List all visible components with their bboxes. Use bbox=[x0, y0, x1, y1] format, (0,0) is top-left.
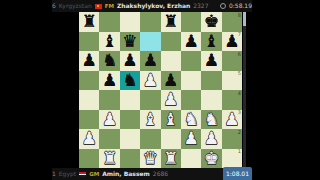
top-team-name: Kyrgyzstan bbox=[59, 0, 92, 12]
bottom-player-bar: 1 Egypt GM Amin, Bassem 2686 1:08.01 bbox=[52, 168, 252, 180]
rank-label-8: 8 bbox=[238, 13, 241, 18]
square-h6[interactable]: 6 bbox=[222, 51, 242, 71]
top-board-number: 6 bbox=[52, 0, 56, 12]
square-b7[interactable]: ♝ bbox=[99, 32, 119, 52]
piece-black-king: ♚ bbox=[204, 13, 219, 30]
bottom-player-rating: 2686 bbox=[153, 168, 168, 180]
rank-label-6: 6 bbox=[238, 52, 241, 57]
rank-label-2: 2 bbox=[238, 130, 241, 135]
square-c1[interactable] bbox=[120, 149, 140, 169]
square-d1[interactable]: ♛ bbox=[140, 149, 160, 169]
piece-white-bishop: ♝ bbox=[143, 111, 158, 128]
bottom-player-clock: 1:08.01 bbox=[223, 167, 252, 180]
piece-black-rook: ♜ bbox=[82, 13, 97, 30]
square-e6[interactable] bbox=[161, 51, 181, 71]
square-b6[interactable]: ♞ bbox=[99, 51, 119, 71]
square-a3[interactable] bbox=[79, 110, 99, 130]
square-b5[interactable]: ♟ bbox=[99, 71, 119, 91]
rank-label-4: 4 bbox=[238, 91, 241, 96]
square-b3[interactable]: ♟ bbox=[99, 110, 119, 130]
piece-black-pawn: ♟ bbox=[143, 52, 158, 69]
piece-black-pawn: ♟ bbox=[102, 72, 117, 89]
square-e2[interactable] bbox=[161, 129, 181, 149]
piece-white-pawn: ♟ bbox=[163, 91, 178, 108]
square-h7[interactable]: 7♟ bbox=[222, 32, 242, 52]
top-player-rating: 2327 bbox=[193, 0, 208, 12]
square-d4[interactable] bbox=[140, 90, 160, 110]
clock-icon bbox=[220, 3, 226, 9]
square-b8[interactable] bbox=[99, 12, 119, 32]
square-g7[interactable]: ♝ bbox=[201, 32, 221, 52]
square-c6[interactable]: ♟ bbox=[120, 51, 140, 71]
square-d2[interactable] bbox=[140, 129, 160, 149]
rank-label-3: 3 bbox=[238, 110, 241, 115]
top-player-bar: 6 Kyrgyzstan FM Zhakshylykov, Erzhan 232… bbox=[52, 0, 252, 12]
piece-white-rook: ♜ bbox=[163, 150, 178, 167]
square-g1[interactable]: ♚ bbox=[201, 149, 221, 169]
piece-white-queen: ♛ bbox=[143, 150, 158, 167]
square-e5[interactable]: ♟ bbox=[161, 71, 181, 91]
piece-white-rook: ♜ bbox=[102, 150, 117, 167]
square-a4[interactable] bbox=[79, 90, 99, 110]
square-a8[interactable]: ♜ bbox=[79, 12, 99, 32]
square-d5[interactable]: ♟ bbox=[140, 71, 160, 91]
piece-white-king: ♚ bbox=[204, 150, 219, 167]
square-a1[interactable] bbox=[79, 149, 99, 169]
scrollbar-thumb[interactable] bbox=[243, 12, 246, 26]
square-h1[interactable]: 1 bbox=[222, 149, 242, 169]
piece-black-pawn: ♟ bbox=[122, 52, 137, 69]
square-h8[interactable]: 8 bbox=[222, 12, 242, 32]
rank-label-5: 5 bbox=[238, 71, 241, 76]
square-f8[interactable] bbox=[181, 12, 201, 32]
square-g8[interactable]: ♚ bbox=[201, 12, 221, 32]
square-f7[interactable]: ♟ bbox=[181, 32, 201, 52]
square-e1[interactable]: ♜ bbox=[161, 149, 181, 169]
top-title-badge: FM bbox=[105, 0, 114, 12]
top-player-name: Zhakshylykov, Erzhan bbox=[117, 0, 190, 12]
piece-black-pawn: ♟ bbox=[82, 52, 97, 69]
square-f3[interactable]: ♞ bbox=[181, 110, 201, 130]
square-g6[interactable]: ♟ bbox=[201, 51, 221, 71]
square-g2[interactable]: ♟ bbox=[201, 129, 221, 149]
square-h4[interactable]: 4 bbox=[222, 90, 242, 110]
piece-white-pawn: ♟ bbox=[183, 130, 198, 147]
piece-white-pawn: ♟ bbox=[82, 130, 97, 147]
piece-white-pawn: ♟ bbox=[204, 130, 219, 147]
board-scrollbar bbox=[243, 12, 246, 168]
piece-black-rook: ♜ bbox=[163, 13, 178, 30]
square-b1[interactable]: ♜ bbox=[99, 149, 119, 169]
square-d8[interactable] bbox=[140, 12, 160, 32]
square-g3[interactable]: ♞ bbox=[201, 110, 221, 130]
bottom-player-name: Amin, Bassem bbox=[102, 168, 150, 180]
square-c7[interactable]: ♛ bbox=[120, 32, 140, 52]
chess-board: ♜♜♚8♝♛♟♝7♟♟♞♟♟♟6♟♞♟♟5♟4♟♝♝♞♞3♟♟♟♟2♜♛♜♚1 bbox=[79, 12, 242, 168]
square-c4[interactable] bbox=[120, 90, 140, 110]
square-f4[interactable] bbox=[181, 90, 201, 110]
square-f6[interactable] bbox=[181, 51, 201, 71]
square-d6[interactable]: ♟ bbox=[140, 51, 160, 71]
square-c8[interactable] bbox=[120, 12, 140, 32]
square-f2[interactable]: ♟ bbox=[181, 129, 201, 149]
square-d7[interactable] bbox=[140, 32, 160, 52]
bottom-title-badge: GM bbox=[89, 168, 99, 180]
square-b4[interactable] bbox=[99, 90, 119, 110]
piece-black-bishop: ♝ bbox=[102, 33, 117, 50]
bottom-board-number: 1 bbox=[52, 168, 56, 180]
square-a6[interactable]: ♟ bbox=[79, 51, 99, 71]
rank-label-7: 7 bbox=[238, 32, 241, 37]
piece-black-knight: ♞ bbox=[102, 52, 117, 69]
piece-black-queen: ♛ bbox=[122, 33, 137, 50]
piece-black-knight: ♞ bbox=[122, 72, 137, 89]
square-h2[interactable]: 2 bbox=[222, 129, 242, 149]
square-c5[interactable]: ♞ bbox=[120, 71, 140, 91]
square-e3[interactable]: ♝ bbox=[161, 110, 181, 130]
egypt-flag-icon bbox=[79, 172, 86, 177]
piece-black-bishop: ♝ bbox=[204, 33, 219, 50]
piece-white-pawn: ♟ bbox=[102, 111, 117, 128]
square-g5[interactable] bbox=[201, 71, 221, 91]
square-f1[interactable] bbox=[181, 149, 201, 169]
square-c2[interactable] bbox=[120, 129, 140, 149]
piece-white-knight: ♞ bbox=[204, 111, 219, 128]
piece-black-pawn: ♟ bbox=[204, 52, 219, 69]
piece-black-pawn: ♟ bbox=[183, 33, 198, 50]
rank-label-1: 1 bbox=[238, 149, 241, 154]
square-e4[interactable]: ♟ bbox=[161, 90, 181, 110]
bottom-team-name: Egypt bbox=[59, 168, 76, 180]
square-g4[interactable] bbox=[201, 90, 221, 110]
square-h3[interactable]: 3♟ bbox=[222, 110, 242, 130]
top-player-clock: 0:58.19 bbox=[229, 0, 252, 12]
square-c3[interactable] bbox=[120, 110, 140, 130]
kyrgyzstan-flag-icon bbox=[95, 4, 102, 9]
square-h5[interactable]: 5 bbox=[222, 71, 242, 91]
piece-white-knight: ♞ bbox=[183, 111, 198, 128]
piece-white-pawn: ♟ bbox=[143, 72, 158, 89]
piece-white-bishop: ♝ bbox=[163, 111, 178, 128]
square-a5[interactable] bbox=[79, 71, 99, 91]
square-b2[interactable] bbox=[99, 129, 119, 149]
square-a2[interactable]: ♟ bbox=[79, 129, 99, 149]
square-e7[interactable] bbox=[161, 32, 181, 52]
chess-broadcast-screen: 6 Kyrgyzstan FM Zhakshylykov, Erzhan 232… bbox=[0, 0, 320, 180]
piece-black-pawn: ♟ bbox=[163, 72, 178, 89]
square-f5[interactable] bbox=[181, 71, 201, 91]
square-e8[interactable]: ♜ bbox=[161, 12, 181, 32]
square-a7[interactable] bbox=[79, 32, 99, 52]
square-d3[interactable]: ♝ bbox=[140, 110, 160, 130]
